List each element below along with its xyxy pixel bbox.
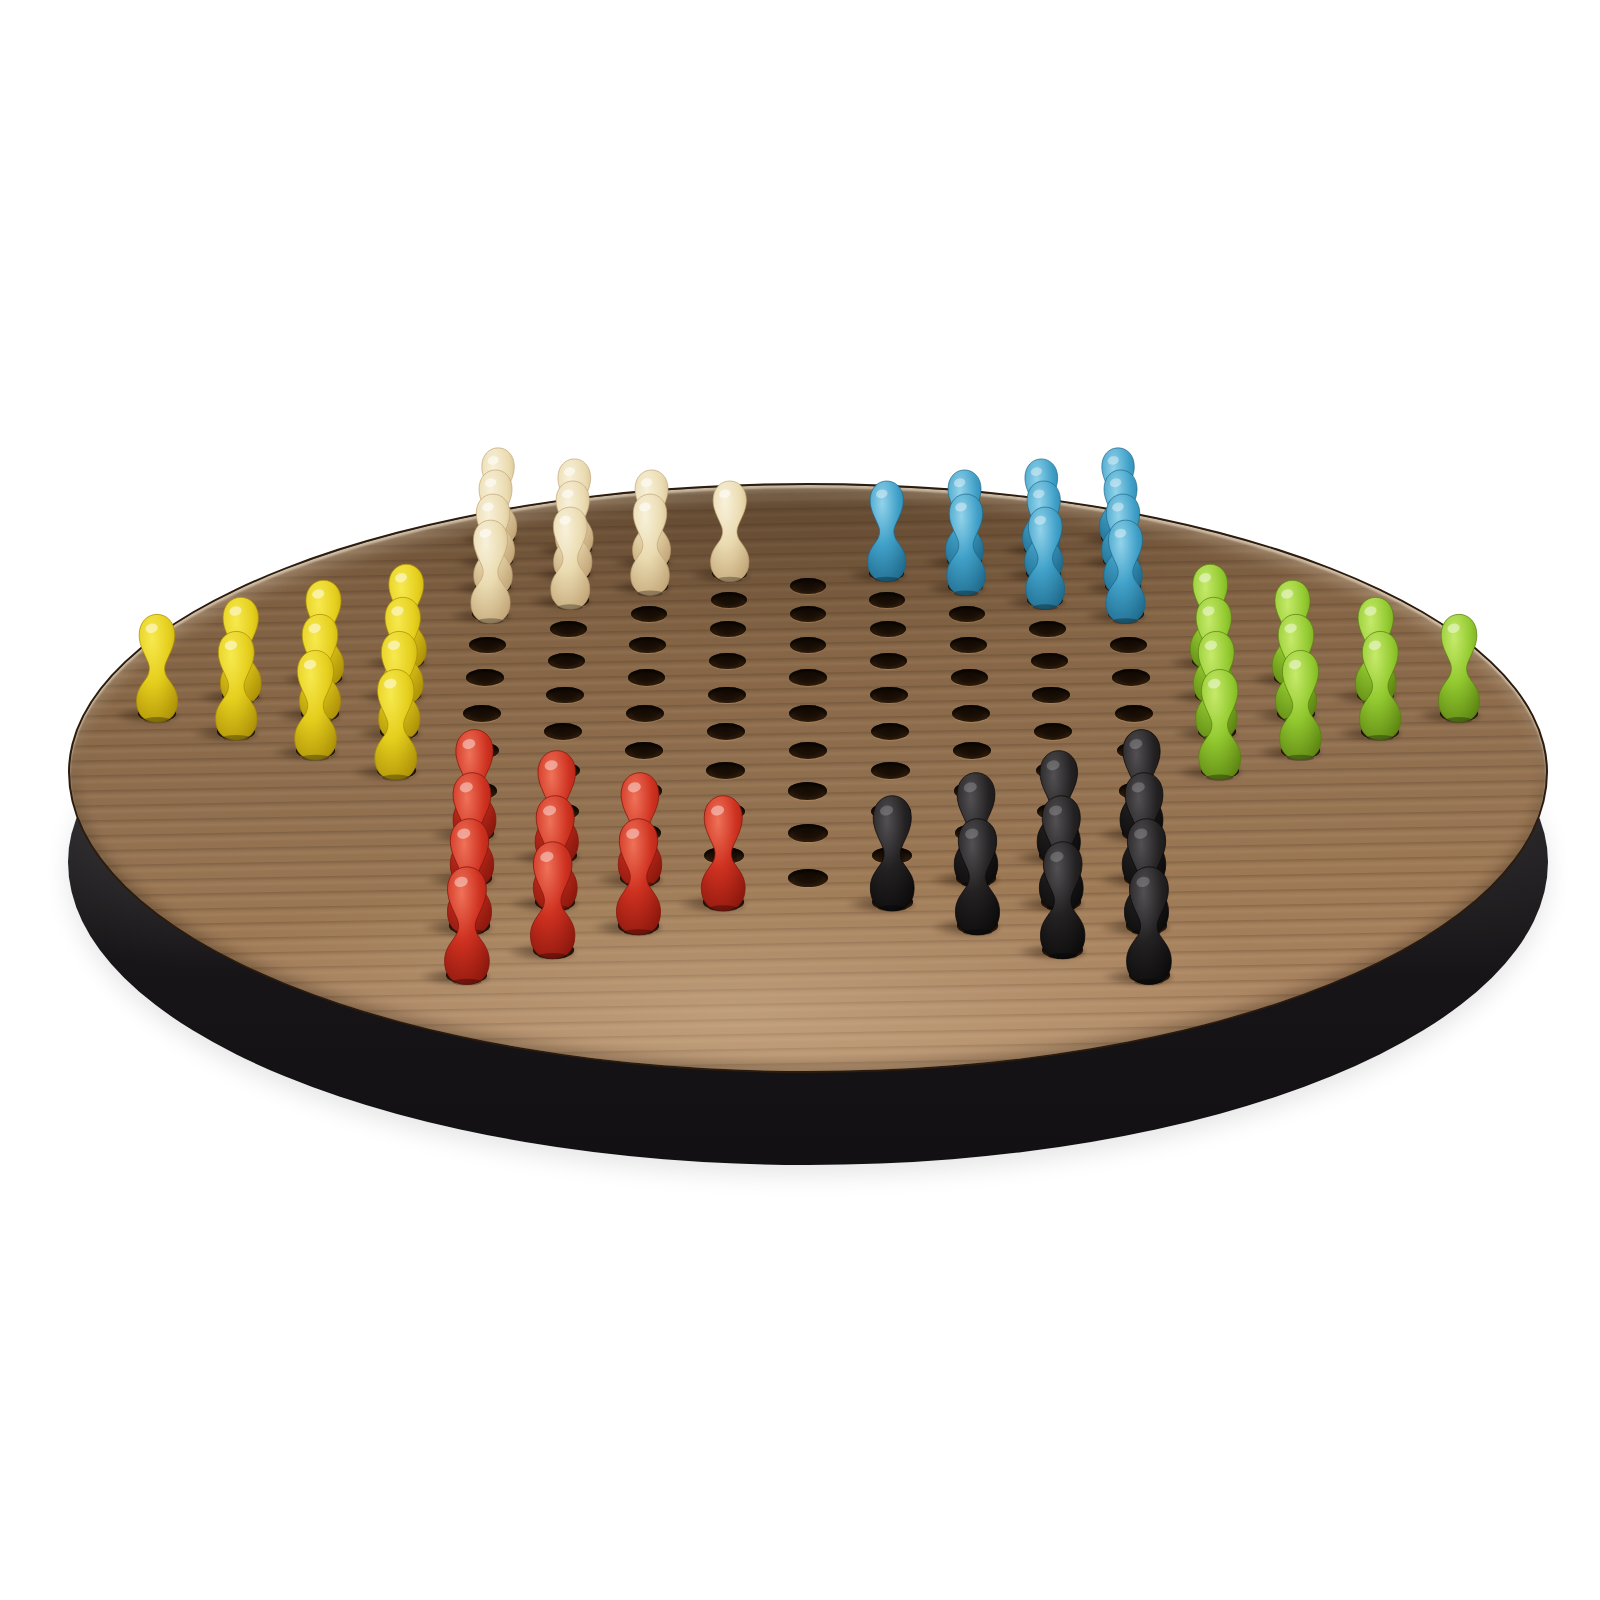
peg-green[interactable] <box>1186 664 1254 783</box>
peg-red[interactable] <box>431 861 503 987</box>
peg-blue[interactable] <box>856 476 918 584</box>
peg-black[interactable] <box>1027 836 1098 962</box>
peg-green[interactable] <box>1347 626 1414 743</box>
peg-red[interactable] <box>688 790 759 914</box>
peg-green[interactable] <box>1267 645 1334 763</box>
peg-layer <box>0 0 1600 1600</box>
peg-black[interactable] <box>942 813 1013 938</box>
peg-yellow[interactable] <box>124 609 190 725</box>
peg-red[interactable] <box>603 813 674 938</box>
peg-natural[interactable] <box>619 489 681 598</box>
peg-red[interactable] <box>517 836 588 962</box>
peg-natural[interactable] <box>699 476 761 584</box>
peg-natural[interactable] <box>539 502 602 612</box>
product-photo <box>0 0 1600 1600</box>
chinese-checkers-board <box>0 0 1600 1600</box>
peg-natural[interactable] <box>459 515 522 626</box>
peg-green[interactable] <box>1426 609 1492 725</box>
peg-blue[interactable] <box>1094 515 1157 626</box>
peg-blue[interactable] <box>1014 502 1077 612</box>
peg-yellow[interactable] <box>362 664 430 783</box>
peg-blue[interactable] <box>935 489 997 598</box>
peg-black[interactable] <box>1113 861 1185 987</box>
peg-black[interactable] <box>857 790 928 914</box>
peg-yellow[interactable] <box>282 645 349 763</box>
peg-yellow[interactable] <box>203 626 270 743</box>
